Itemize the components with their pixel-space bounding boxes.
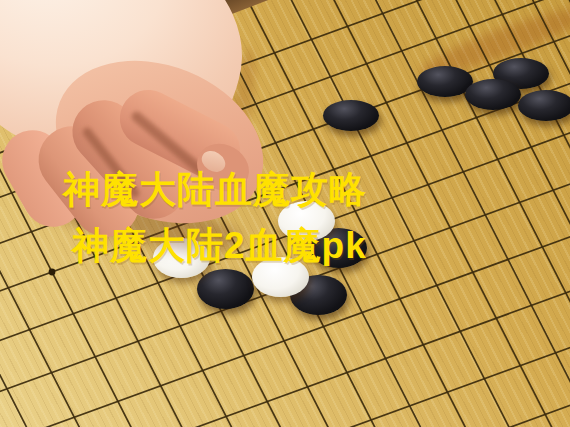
black-stone	[323, 100, 379, 131]
caption-line-1: 神魔大陆血魔攻略	[63, 171, 367, 208]
player-hand	[0, 0, 300, 260]
black-stone	[465, 79, 521, 110]
black-stone	[518, 90, 570, 121]
black-stone	[197, 269, 254, 309]
star-point	[49, 269, 56, 276]
caption-line-2: 神魔大陆2血魔pk	[72, 227, 367, 264]
go-board-photo: 神魔大陆血魔攻略 神魔大陆2血魔pk	[0, 0, 570, 427]
